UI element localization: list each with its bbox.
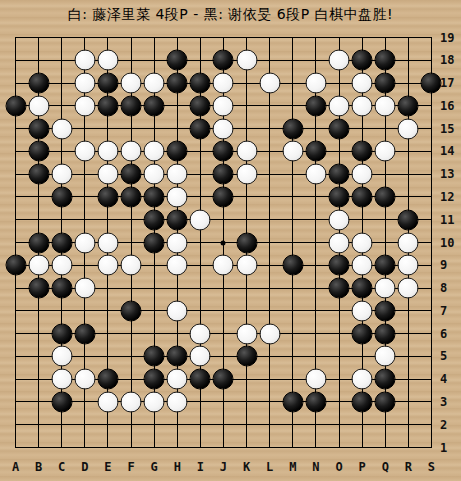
white-stone (97, 391, 118, 412)
white-stone (259, 323, 280, 344)
white-stone (167, 232, 188, 253)
black-stone (167, 73, 188, 94)
column-label: O (335, 460, 342, 474)
black-stone (398, 209, 419, 230)
black-stone (28, 73, 49, 94)
white-stone (398, 278, 419, 299)
black-stone (213, 369, 234, 390)
row-label: 18 (440, 53, 454, 67)
black-stone (51, 323, 72, 344)
go-board[interactable]: ABCDEFGHIJKLMNOPQRS191817161514131211109… (0, 0, 461, 481)
black-stone (352, 186, 373, 207)
column-label: K (243, 460, 250, 474)
grid-line-horizontal (15, 447, 432, 448)
white-stone (352, 164, 373, 185)
black-stone (375, 255, 396, 276)
black-stone (375, 73, 396, 94)
black-stone (144, 232, 165, 253)
white-stone (329, 209, 350, 230)
black-stone (375, 186, 396, 207)
row-label: 5 (440, 349, 447, 363)
black-stone (352, 391, 373, 412)
row-label: 2 (440, 418, 447, 432)
column-label: J (220, 460, 227, 474)
row-label: 4 (440, 372, 447, 386)
black-stone (28, 118, 49, 139)
black-stone (167, 141, 188, 162)
black-stone (352, 278, 373, 299)
column-label: B (35, 460, 42, 474)
white-stone (352, 95, 373, 116)
white-stone (167, 186, 188, 207)
white-stone (28, 95, 49, 116)
white-stone (74, 369, 95, 390)
white-stone (398, 232, 419, 253)
black-stone (375, 369, 396, 390)
column-label: G (151, 460, 158, 474)
black-stone (144, 209, 165, 230)
white-stone (167, 391, 188, 412)
white-stone (121, 73, 142, 94)
black-stone (167, 346, 188, 367)
white-stone (236, 323, 257, 344)
white-stone (167, 164, 188, 185)
column-label: H (174, 460, 181, 474)
black-stone (375, 323, 396, 344)
white-stone (236, 255, 257, 276)
white-stone (167, 300, 188, 321)
black-stone (421, 73, 442, 94)
row-label: 12 (440, 190, 454, 204)
column-label: L (266, 460, 273, 474)
column-label: D (81, 460, 88, 474)
black-stone (375, 391, 396, 412)
white-stone (190, 346, 211, 367)
white-stone (97, 141, 118, 162)
column-label: F (127, 460, 134, 474)
black-stone (28, 164, 49, 185)
row-label: 17 (440, 76, 454, 90)
black-stone (97, 95, 118, 116)
black-stone (97, 73, 118, 94)
row-label: 7 (440, 304, 447, 318)
white-stone (74, 73, 95, 94)
column-label: A (12, 460, 19, 474)
white-stone (329, 232, 350, 253)
white-stone (144, 391, 165, 412)
black-stone (167, 209, 188, 230)
white-stone (352, 73, 373, 94)
white-stone (28, 255, 49, 276)
white-stone (167, 255, 188, 276)
white-stone (74, 141, 95, 162)
white-stone (398, 255, 419, 276)
white-stone (282, 141, 303, 162)
black-stone (121, 164, 142, 185)
black-stone (190, 118, 211, 139)
black-stone (236, 232, 257, 253)
black-stone (329, 255, 350, 276)
black-stone (352, 323, 373, 344)
row-label: 19 (440, 31, 454, 45)
black-stone (5, 95, 26, 116)
black-stone (144, 346, 165, 367)
black-stone (28, 278, 49, 299)
white-stone (236, 141, 257, 162)
grid-line-horizontal (15, 356, 432, 357)
white-stone (97, 50, 118, 71)
black-stone (375, 300, 396, 321)
black-stone (28, 141, 49, 162)
black-stone (74, 323, 95, 344)
white-stone (236, 164, 257, 185)
grid-line-horizontal (15, 424, 432, 425)
grid-line-horizontal (15, 219, 432, 220)
white-stone (51, 346, 72, 367)
white-stone (352, 255, 373, 276)
column-label: N (312, 460, 319, 474)
white-stone (375, 346, 396, 367)
white-stone (213, 118, 234, 139)
white-stone (51, 255, 72, 276)
black-stone (51, 391, 72, 412)
white-stone (144, 141, 165, 162)
row-label: 14 (440, 144, 454, 158)
row-label: 1 (440, 441, 447, 455)
white-stone (329, 50, 350, 71)
black-stone (51, 232, 72, 253)
white-stone (97, 164, 118, 185)
black-stone (213, 164, 234, 185)
white-stone (375, 278, 396, 299)
black-stone (51, 186, 72, 207)
white-stone (305, 164, 326, 185)
black-stone (28, 232, 49, 253)
black-stone (121, 300, 142, 321)
white-stone (74, 278, 95, 299)
column-label: P (359, 460, 366, 474)
black-stone (305, 391, 326, 412)
black-stone (282, 118, 303, 139)
white-stone (51, 369, 72, 390)
column-label: R (405, 460, 412, 474)
black-stone (167, 50, 188, 71)
white-stone (121, 255, 142, 276)
black-stone (329, 186, 350, 207)
black-stone (305, 95, 326, 116)
white-stone (51, 164, 72, 185)
row-label: 15 (440, 122, 454, 136)
row-label: 16 (440, 99, 454, 113)
white-stone (74, 50, 95, 71)
black-stone (97, 186, 118, 207)
white-stone (97, 255, 118, 276)
black-stone (282, 391, 303, 412)
black-stone (213, 141, 234, 162)
black-stone (121, 95, 142, 116)
black-stone (352, 141, 373, 162)
black-stone (329, 278, 350, 299)
black-stone (352, 50, 373, 71)
white-stone (305, 369, 326, 390)
white-stone (352, 369, 373, 390)
black-stone (144, 369, 165, 390)
row-label: 13 (440, 167, 454, 181)
black-stone (190, 95, 211, 116)
black-stone (305, 141, 326, 162)
white-stone (236, 50, 257, 71)
black-stone (213, 186, 234, 207)
black-stone (97, 369, 118, 390)
black-stone (51, 278, 72, 299)
white-stone (144, 73, 165, 94)
white-stone (259, 73, 280, 94)
column-label: C (58, 460, 65, 474)
white-stone (121, 141, 142, 162)
black-stone (329, 118, 350, 139)
white-stone (305, 73, 326, 94)
column-label: Q (382, 460, 389, 474)
white-stone (144, 164, 165, 185)
row-label: 6 (440, 327, 447, 341)
white-stone (74, 232, 95, 253)
column-label: S (428, 460, 435, 474)
black-stone (190, 73, 211, 94)
black-stone (213, 50, 234, 71)
white-stone (167, 369, 188, 390)
column-label: E (104, 460, 111, 474)
row-label: 8 (440, 281, 447, 295)
row-label: 11 (440, 213, 454, 227)
white-stone (329, 95, 350, 116)
row-label: 3 (440, 395, 447, 409)
white-stone (352, 300, 373, 321)
white-stone (121, 391, 142, 412)
white-stone (375, 141, 396, 162)
row-label: 9 (440, 258, 447, 272)
black-stone (121, 186, 142, 207)
grid-line-horizontal (15, 37, 432, 38)
black-stone (375, 50, 396, 71)
black-stone (144, 95, 165, 116)
black-stone (282, 255, 303, 276)
white-stone (213, 255, 234, 276)
column-label: I (197, 460, 204, 474)
white-stone (352, 232, 373, 253)
white-stone (97, 232, 118, 253)
white-stone (74, 95, 95, 116)
black-stone (236, 346, 257, 367)
black-stone (398, 95, 419, 116)
column-label: M (289, 460, 296, 474)
row-label: 10 (440, 236, 454, 250)
white-stone (375, 95, 396, 116)
white-stone (213, 73, 234, 94)
black-stone (144, 186, 165, 207)
black-stone (190, 369, 211, 390)
black-stone (329, 164, 350, 185)
white-stone (190, 323, 211, 344)
white-stone (213, 95, 234, 116)
black-stone (5, 255, 26, 276)
white-stone (51, 118, 72, 139)
white-stone (190, 209, 211, 230)
star-point (221, 240, 226, 245)
white-stone (398, 118, 419, 139)
